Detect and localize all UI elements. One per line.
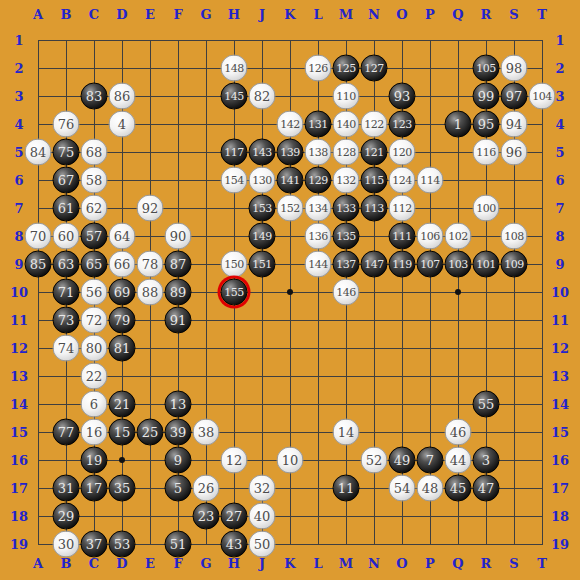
move-number: 121	[364, 146, 384, 159]
stone[interactable]: 46	[445, 419, 472, 446]
move-number: 115	[364, 174, 384, 187]
row-label-right: 14	[551, 398, 569, 411]
stone[interactable]: 78	[137, 251, 164, 278]
stone[interactable]: 67	[53, 167, 80, 194]
stone[interactable]: 69	[109, 279, 136, 306]
row-label-right: 17	[551, 482, 569, 495]
move-number: 50	[254, 537, 271, 552]
stone[interactable]: 45	[445, 475, 472, 502]
move-number: 137	[336, 258, 356, 271]
stone[interactable]: 111	[389, 223, 416, 250]
stone[interactable]: 136	[305, 223, 332, 250]
stone-last-move[interactable]: 155	[221, 279, 248, 306]
stone[interactable]: 83	[81, 83, 108, 110]
stone[interactable]: 82	[249, 83, 276, 110]
move-number: 114	[420, 174, 440, 187]
stone[interactable]: 99	[473, 83, 500, 110]
stone[interactable]: 48	[417, 475, 444, 502]
stone[interactable]: 40	[249, 503, 276, 530]
move-number: 15	[114, 425, 131, 440]
grid-line-vertical	[542, 40, 543, 545]
row-label-right: 18	[551, 510, 569, 523]
stone[interactable]: 94	[501, 111, 528, 138]
move-number: 135	[336, 230, 356, 243]
move-number: 49	[394, 453, 411, 468]
move-number: 139	[280, 146, 300, 159]
stone[interactable]: 131	[305, 111, 332, 138]
col-label-bottom: K	[284, 557, 295, 570]
stone[interactable]: 70	[25, 223, 52, 250]
stone[interactable]: 27	[221, 503, 248, 530]
stone[interactable]: 85	[25, 251, 52, 278]
stone[interactable]: 62	[81, 195, 108, 222]
move-number: 110	[336, 90, 356, 103]
move-number: 149	[252, 230, 272, 243]
move-number: 10	[282, 453, 299, 468]
move-number: 98	[506, 61, 523, 76]
stone[interactable]: 77	[53, 419, 80, 446]
stone[interactable]: 106	[417, 223, 444, 250]
move-number: 119	[392, 258, 412, 271]
stone[interactable]: 13	[165, 391, 192, 418]
stone[interactable]: 120	[389, 139, 416, 166]
stone[interactable]: 137	[333, 251, 360, 278]
row-label-right: 10	[551, 286, 569, 299]
move-number: 109	[504, 258, 524, 271]
move-number: 68	[86, 145, 103, 160]
col-label-top: E	[145, 8, 155, 21]
move-number: 61	[58, 201, 75, 216]
move-number: 95	[478, 117, 495, 132]
move-number: 105	[476, 62, 496, 75]
stone[interactable]: 96	[501, 139, 528, 166]
stone[interactable]: 31	[53, 475, 80, 502]
move-number: 141	[280, 174, 300, 187]
stone[interactable]: 121	[361, 139, 388, 166]
stone[interactable]: 9	[165, 447, 192, 474]
move-number: 51	[170, 537, 187, 552]
move-number: 46	[450, 425, 467, 440]
stone[interactable]: 116	[473, 139, 500, 166]
stone[interactable]: 144	[305, 251, 332, 278]
stone[interactable]: 132	[333, 167, 360, 194]
col-label-bottom: G	[200, 557, 211, 570]
move-number: 64	[114, 229, 131, 244]
move-number: 48	[422, 481, 439, 496]
move-number: 37	[86, 537, 103, 552]
move-number: 123	[392, 118, 412, 131]
stone[interactable]: 4	[109, 111, 136, 138]
move-number: 14	[338, 425, 355, 440]
stone[interactable]: 32	[249, 475, 276, 502]
row-label-left: 17	[10, 482, 28, 495]
stone[interactable]: 97	[501, 83, 528, 110]
stone[interactable]: 113	[361, 195, 388, 222]
stone[interactable]: 114	[417, 167, 444, 194]
move-number: 142	[280, 118, 300, 131]
stone[interactable]: 117	[221, 139, 248, 166]
stone[interactable]: 76	[53, 111, 80, 138]
grid-line-horizontal	[38, 376, 543, 377]
stone[interactable]: 91	[165, 307, 192, 334]
stone[interactable]: 109	[501, 251, 528, 278]
move-number: 136	[308, 230, 328, 243]
col-label-top: D	[116, 8, 127, 21]
stone[interactable]: 65	[81, 251, 108, 278]
stone[interactable]: 49	[389, 447, 416, 474]
stone[interactable]: 92	[137, 195, 164, 222]
stone[interactable]: 47	[473, 475, 500, 502]
col-label-bottom: C	[89, 557, 99, 570]
move-number: 143	[252, 146, 272, 159]
move-number: 125	[336, 62, 356, 75]
move-number: 11	[338, 481, 355, 496]
move-number: 65	[86, 257, 103, 272]
move-number: 74	[58, 341, 75, 356]
stone[interactable]: 108	[501, 223, 528, 250]
move-number: 25	[142, 425, 159, 440]
move-number: 93	[394, 89, 411, 104]
move-number: 145	[224, 90, 244, 103]
stone[interactable]: 86	[109, 83, 136, 110]
stone[interactable]: 153	[249, 195, 276, 222]
move-number: 76	[58, 117, 75, 132]
stone[interactable]: 39	[165, 419, 192, 446]
move-number: 133	[336, 202, 356, 215]
move-number: 13	[170, 397, 187, 412]
row-label-left: 18	[10, 510, 28, 523]
stone[interactable]: 52	[361, 447, 388, 474]
stone[interactable]: 64	[109, 223, 136, 250]
row-label-right: 15	[551, 426, 569, 439]
move-number: 84	[30, 145, 47, 160]
move-number: 146	[336, 286, 356, 299]
stone[interactable]: 88	[137, 279, 164, 306]
stone[interactable]: 30	[53, 531, 80, 558]
stone[interactable]: 128	[333, 139, 360, 166]
move-number: 22	[86, 369, 103, 384]
stone[interactable]: 57	[81, 223, 108, 250]
col-label-bottom: N	[368, 557, 380, 570]
move-number: 97	[506, 89, 523, 104]
move-number: 26	[198, 481, 215, 496]
col-label-bottom: S	[509, 557, 518, 570]
col-label-top: T	[537, 8, 547, 21]
move-number: 126	[308, 62, 328, 75]
col-label-top: M	[339, 8, 353, 21]
move-number: 122	[364, 118, 384, 131]
move-number: 9	[174, 453, 182, 468]
stone[interactable]: 44	[445, 447, 472, 474]
move-number: 140	[336, 118, 356, 131]
move-number: 78	[142, 257, 159, 272]
col-label-bottom: E	[145, 557, 155, 570]
move-number: 70	[30, 229, 47, 244]
move-number: 79	[114, 313, 131, 328]
stone[interactable]: 140	[333, 111, 360, 138]
move-number: 86	[114, 89, 131, 104]
stone[interactable]: 146	[333, 279, 360, 306]
stone[interactable]: 72	[81, 307, 108, 334]
stone[interactable]: 112	[389, 195, 416, 222]
go-board[interactable]: AABBCCDDEEFFGGHHJJKKLLMMNNOOPPQQRRSSTT11…	[0, 0, 580, 580]
stone[interactable]: 19	[81, 447, 108, 474]
col-label-top: S	[509, 8, 518, 21]
stone[interactable]: 37	[81, 531, 108, 558]
move-number: 44	[450, 453, 467, 468]
move-number: 138	[308, 146, 328, 159]
col-label-top: R	[481, 8, 492, 21]
move-number: 107	[420, 258, 440, 271]
row-label-right: 6	[555, 174, 564, 187]
stone[interactable]: 10	[277, 447, 304, 474]
move-number: 91	[170, 313, 187, 328]
move-number: 43	[226, 537, 243, 552]
stone[interactable]: 124	[389, 167, 416, 194]
row-label-right: 3	[555, 90, 564, 103]
col-label-bottom: M	[339, 557, 353, 570]
stone[interactable]: 63	[53, 251, 80, 278]
star-point	[119, 457, 125, 463]
stone[interactable]: 79	[109, 307, 136, 334]
row-label-right: 7	[555, 202, 564, 215]
stone[interactable]: 3	[473, 447, 500, 474]
stone[interactable]: 139	[277, 139, 304, 166]
move-number: 134	[308, 202, 328, 215]
stone[interactable]: 53	[109, 531, 136, 558]
move-number: 6	[90, 397, 98, 412]
stone[interactable]: 130	[249, 167, 276, 194]
stone[interactable]: 127	[361, 55, 388, 82]
stone[interactable]: 81	[109, 335, 136, 362]
move-number: 54	[394, 481, 411, 496]
row-label-left: 12	[10, 342, 28, 355]
star-point	[455, 289, 461, 295]
stone[interactable]: 126	[305, 55, 332, 82]
move-number: 27	[226, 509, 243, 524]
stone[interactable]: 60	[53, 223, 80, 250]
stone[interactable]: 105	[473, 55, 500, 82]
stone[interactable]: 12	[221, 447, 248, 474]
move-number: 66	[114, 257, 131, 272]
move-number: 111	[392, 230, 412, 243]
stone[interactable]: 93	[389, 83, 416, 110]
move-number: 153	[252, 202, 272, 215]
col-label-top: H	[228, 8, 240, 21]
row-label-left: 15	[10, 426, 28, 439]
stone[interactable]: 56	[81, 279, 108, 306]
col-label-bottom: Q	[452, 557, 463, 570]
stone[interactable]: 119	[389, 251, 416, 278]
move-number: 117	[224, 146, 244, 159]
stone[interactable]: 133	[333, 195, 360, 222]
move-number: 108	[504, 230, 524, 243]
stone[interactable]: 61	[53, 195, 80, 222]
stone[interactable]: 23	[193, 503, 220, 530]
stone[interactable]: 51	[165, 531, 192, 558]
row-label-right: 5	[555, 146, 564, 159]
stone[interactable]: 125	[333, 55, 360, 82]
move-number: 96	[506, 145, 523, 160]
move-number: 77	[58, 425, 75, 440]
move-number: 57	[86, 229, 103, 244]
stone[interactable]: 22	[81, 363, 108, 390]
move-number: 127	[364, 62, 384, 75]
col-label-bottom: T	[537, 557, 547, 570]
row-label-right: 1	[555, 34, 564, 47]
stone[interactable]: 7	[417, 447, 444, 474]
stone[interactable]: 25	[137, 419, 164, 446]
move-number: 56	[86, 285, 103, 300]
col-label-top: K	[284, 8, 295, 21]
move-number: 17	[86, 481, 103, 496]
move-number: 88	[142, 285, 159, 300]
move-number: 116	[476, 146, 496, 159]
stone[interactable]: 152	[277, 195, 304, 222]
stone[interactable]: 143	[249, 139, 276, 166]
move-number: 5	[174, 481, 182, 496]
col-label-bottom: R	[481, 557, 492, 570]
row-label-left: 10	[10, 286, 28, 299]
stone[interactable]: 134	[305, 195, 332, 222]
stone[interactable]: 98	[501, 55, 528, 82]
stone[interactable]: 55	[473, 391, 500, 418]
stone[interactable]: 135	[333, 223, 360, 250]
stone[interactable]: 101	[473, 251, 500, 278]
row-label-right: 12	[551, 342, 569, 355]
stone[interactable]: 103	[445, 251, 472, 278]
stone[interactable]: 123	[389, 111, 416, 138]
stone[interactable]: 29	[53, 503, 80, 530]
stone[interactable]: 6	[81, 391, 108, 418]
stone[interactable]: 147	[361, 251, 388, 278]
col-label-top: A	[33, 8, 43, 21]
stone[interactable]: 66	[109, 251, 136, 278]
stone[interactable]: 43	[221, 531, 248, 558]
row-label-right: 2	[555, 62, 564, 75]
move-number: 55	[478, 397, 495, 412]
move-number: 63	[58, 257, 75, 272]
stone[interactable]: 74	[53, 335, 80, 362]
stone[interactable]: 154	[221, 167, 248, 194]
col-label-bottom: A	[33, 557, 43, 570]
col-label-top: J	[259, 8, 265, 21]
move-number: 19	[86, 453, 103, 468]
stone[interactable]: 150	[221, 251, 248, 278]
stone[interactable]: 26	[193, 475, 220, 502]
row-label-right: 8	[555, 230, 564, 243]
move-number: 82	[254, 89, 271, 104]
col-label-top: C	[89, 8, 99, 21]
stone[interactable]: 142	[277, 111, 304, 138]
move-number: 62	[86, 201, 103, 216]
stone[interactable]: 90	[165, 223, 192, 250]
move-number: 94	[506, 117, 523, 132]
move-number: 99	[478, 89, 495, 104]
stone[interactable]: 50	[249, 531, 276, 558]
move-number: 30	[58, 537, 75, 552]
stone[interactable]: 148	[221, 55, 248, 82]
move-number: 129	[308, 174, 328, 187]
move-number: 16	[86, 425, 103, 440]
row-label-right: 11	[551, 314, 569, 327]
move-number: 21	[114, 397, 131, 412]
move-number: 152	[280, 202, 300, 215]
stone[interactable]: 122	[361, 111, 388, 138]
stone[interactable]: 87	[165, 251, 192, 278]
col-label-bottom: F	[173, 557, 182, 570]
row-label-left: 5	[14, 146, 23, 159]
stone[interactable]: 58	[81, 167, 108, 194]
stone[interactable]: 151	[249, 251, 276, 278]
stone[interactable]: 68	[81, 139, 108, 166]
grid-line-horizontal	[38, 516, 543, 517]
stone[interactable]: 145	[221, 83, 248, 110]
move-number: 104	[532, 90, 552, 103]
stone[interactable]: 38	[193, 419, 220, 446]
col-label-bottom: D	[116, 557, 127, 570]
move-number: 148	[224, 62, 244, 75]
move-number: 29	[58, 509, 75, 524]
stone[interactable]: 35	[109, 475, 136, 502]
stone[interactable]: 75	[53, 139, 80, 166]
stone[interactable]: 14	[333, 419, 360, 446]
col-label-bottom: P	[425, 557, 435, 570]
stone[interactable]: 17	[81, 475, 108, 502]
move-number: 155	[224, 286, 244, 299]
move-number: 85	[30, 257, 47, 272]
stone[interactable]: 110	[333, 83, 360, 110]
stone[interactable]: 100	[473, 195, 500, 222]
move-number: 90	[170, 229, 187, 244]
move-number: 132	[336, 174, 356, 187]
stone[interactable]: 95	[473, 111, 500, 138]
stone[interactable]: 15	[109, 419, 136, 446]
stone[interactable]: 89	[165, 279, 192, 306]
stone[interactable]: 138	[305, 139, 332, 166]
move-number: 81	[114, 341, 131, 356]
stone[interactable]: 73	[53, 307, 80, 334]
stone[interactable]: 84	[25, 139, 52, 166]
stone[interactable]: 80	[81, 335, 108, 362]
stone[interactable]: 16	[81, 419, 108, 446]
move-number: 3	[482, 453, 490, 468]
stone[interactable]: 141	[277, 167, 304, 194]
stone[interactable]: 11	[333, 475, 360, 502]
stone[interactable]: 54	[389, 475, 416, 502]
stone[interactable]: 1	[445, 111, 472, 138]
stone[interactable]: 129	[305, 167, 332, 194]
row-label-right: 13	[551, 370, 569, 383]
stone[interactable]: 71	[53, 279, 80, 306]
stone[interactable]: 102	[445, 223, 472, 250]
stone[interactable]: 5	[165, 475, 192, 502]
stone[interactable]: 104	[529, 83, 556, 110]
move-number: 103	[448, 258, 468, 271]
row-label-left: 4	[14, 118, 23, 131]
stone[interactable]: 149	[249, 223, 276, 250]
move-number: 151	[252, 258, 272, 271]
move-number: 89	[170, 285, 187, 300]
row-label-left: 16	[10, 454, 28, 467]
col-label-bottom: H	[228, 557, 240, 570]
row-label-left: 11	[10, 314, 28, 327]
row-label-left: 7	[14, 202, 23, 215]
stone[interactable]: 107	[417, 251, 444, 278]
stone[interactable]: 115	[361, 167, 388, 194]
move-number: 102	[448, 230, 468, 243]
stone[interactable]: 21	[109, 391, 136, 418]
